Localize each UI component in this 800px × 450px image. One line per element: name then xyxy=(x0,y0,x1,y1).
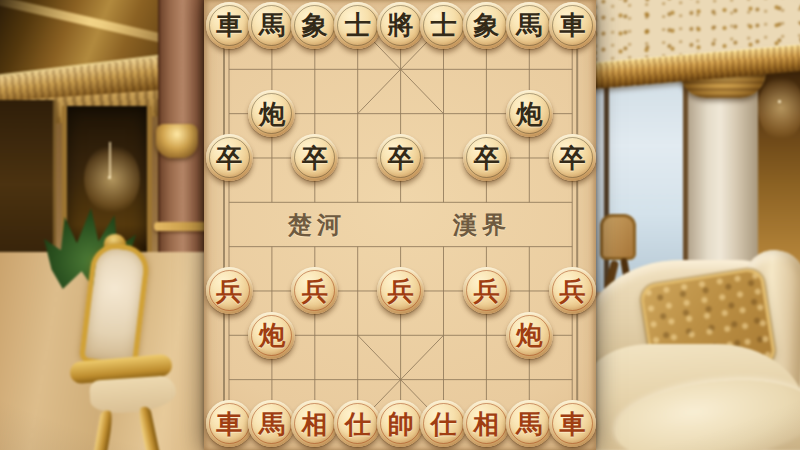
piece-character: 兵 xyxy=(473,278,499,304)
right-chandelier-glow xyxy=(758,76,800,140)
left-chandelier-glow xyxy=(84,144,140,214)
piece-black-elephant[interactable]: 象 xyxy=(463,2,510,49)
piece-black-chariot[interactable]: 車 xyxy=(206,2,253,49)
piece-red-cannon[interactable]: 炮 xyxy=(248,312,295,359)
piece-character: 卒 xyxy=(302,145,328,171)
xiangqi-board[interactable]: 楚河 漢界 車馬象士將士象馬車炮炮卒卒卒卒卒兵兵兵兵兵炮炮車馬相仕帥仕相馬車 xyxy=(204,0,596,450)
piece-black-soldier[interactable]: 卒 xyxy=(291,134,338,181)
piece-character: 象 xyxy=(302,12,328,38)
piece-red-elephant[interactable]: 相 xyxy=(463,400,510,447)
chair-back xyxy=(79,241,151,369)
piece-character: 車 xyxy=(216,12,242,38)
piece-red-soldier[interactable]: 兵 xyxy=(549,267,596,314)
left-column-capital xyxy=(156,124,198,158)
piece-black-soldier[interactable]: 卒 xyxy=(463,134,510,181)
background-right-photo xyxy=(596,0,800,450)
piece-red-chariot[interactable]: 車 xyxy=(549,400,596,447)
piece-black-cannon[interactable]: 炮 xyxy=(248,90,295,137)
piece-black-chariot[interactable]: 車 xyxy=(549,2,596,49)
piece-character: 炮 xyxy=(516,101,542,127)
piece-red-elephant[interactable]: 相 xyxy=(291,400,338,447)
left-gold-chair xyxy=(62,242,182,447)
piece-red-soldier[interactable]: 兵 xyxy=(291,267,338,314)
piece-character: 卒 xyxy=(473,145,499,171)
piece-red-advisor[interactable]: 仕 xyxy=(420,400,467,447)
right-crystal-chandelier xyxy=(778,100,781,103)
background-right-scene xyxy=(596,0,800,450)
piece-character: 兵 xyxy=(388,278,414,304)
piece-character: 仕 xyxy=(431,411,457,437)
piece-character: 馬 xyxy=(516,12,542,38)
piece-red-soldier[interactable]: 兵 xyxy=(463,267,510,314)
chair-leg xyxy=(137,406,168,450)
piece-character: 士 xyxy=(431,12,457,38)
piece-black-horse[interactable]: 馬 xyxy=(248,2,295,49)
piece-character: 相 xyxy=(473,411,499,437)
piece-character: 兵 xyxy=(216,278,242,304)
piece-black-soldier[interactable]: 卒 xyxy=(206,134,253,181)
piece-character: 象 xyxy=(473,12,499,38)
piece-character: 兵 xyxy=(302,278,328,304)
piece-red-general[interactable]: 帥 xyxy=(377,400,424,447)
piece-character: 卒 xyxy=(559,145,585,171)
piece-red-horse[interactable]: 馬 xyxy=(248,400,295,447)
piece-red-cannon[interactable]: 炮 xyxy=(506,312,553,359)
piece-character: 炮 xyxy=(259,101,285,127)
piece-character: 將 xyxy=(388,12,414,38)
piece-character: 車 xyxy=(216,411,242,437)
chair-seat xyxy=(89,375,177,415)
piece-black-soldier[interactable]: 卒 xyxy=(377,134,424,181)
left-gold-railing xyxy=(154,222,204,231)
piece-character: 仕 xyxy=(345,411,371,437)
piece-character: 馬 xyxy=(259,12,285,38)
piece-black-soldier[interactable]: 卒 xyxy=(549,134,596,181)
piece-character: 相 xyxy=(302,411,328,437)
piece-black-elephant[interactable]: 象 xyxy=(291,2,338,49)
piece-character: 卒 xyxy=(388,145,414,171)
piece-black-advisor[interactable]: 士 xyxy=(334,2,381,49)
piece-character: 馬 xyxy=(259,411,285,437)
background-left-scene xyxy=(0,0,204,450)
piece-character: 兵 xyxy=(559,278,585,304)
piece-character: 炮 xyxy=(516,322,542,348)
piece-character: 馬 xyxy=(516,411,542,437)
piece-black-horse[interactable]: 馬 xyxy=(506,2,553,49)
piece-character: 卒 xyxy=(216,145,242,171)
side-chair-back xyxy=(600,214,636,260)
xiangqi-app-screen: 楚河 漢界 車馬象士將士象馬車炮炮卒卒卒卒卒兵兵兵兵兵炮炮車馬相仕帥仕相馬車 xyxy=(0,0,800,450)
piece-character: 車 xyxy=(559,411,585,437)
piece-red-soldier[interactable]: 兵 xyxy=(377,267,424,314)
left-chandelier xyxy=(108,176,111,179)
background-left-photo xyxy=(0,0,204,450)
piece-character: 士 xyxy=(345,12,371,38)
piece-character: 炮 xyxy=(259,322,285,348)
chair-leg xyxy=(87,410,114,450)
piece-black-advisor[interactable]: 士 xyxy=(420,2,467,49)
piece-black-general[interactable]: 將 xyxy=(377,2,424,49)
pieces-layer: 車馬象士將士象馬車炮炮卒卒卒卒卒兵兵兵兵兵炮炮車馬相仕帥仕相馬車 xyxy=(204,0,596,450)
piece-red-horse[interactable]: 馬 xyxy=(506,400,553,447)
piece-red-chariot[interactable]: 車 xyxy=(206,400,253,447)
piece-character: 車 xyxy=(559,12,585,38)
piece-black-cannon[interactable]: 炮 xyxy=(506,90,553,137)
left-chandelier-stem xyxy=(109,142,111,178)
piece-character: 帥 xyxy=(388,411,414,437)
piece-red-soldier[interactable]: 兵 xyxy=(206,267,253,314)
piece-red-advisor[interactable]: 仕 xyxy=(334,400,381,447)
